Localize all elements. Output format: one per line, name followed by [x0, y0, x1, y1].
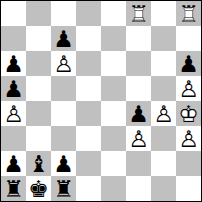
square-c7[interactable]: ♟ [51, 26, 76, 51]
square-b3[interactable] [26, 126, 51, 151]
square-e5[interactable] [101, 76, 126, 101]
square-a6[interactable]: ♟ [1, 51, 26, 76]
square-h4[interactable]: ♚♔ [176, 101, 201, 126]
black-pawn-c2: ♟ [51, 151, 76, 176]
square-h3[interactable]: ♟♙ [176, 126, 201, 151]
square-c5[interactable] [51, 76, 76, 101]
square-a1[interactable]: ♜ [1, 176, 26, 201]
square-g5[interactable] [151, 76, 176, 101]
square-b4[interactable] [26, 101, 51, 126]
square-d6[interactable] [76, 51, 101, 76]
square-h1[interactable] [176, 176, 201, 201]
square-g3[interactable] [151, 126, 176, 151]
square-d4[interactable] [76, 101, 101, 126]
square-d7[interactable] [76, 26, 101, 51]
white-king-h4: ♚♔ [176, 101, 201, 126]
square-f5[interactable] [126, 76, 151, 101]
square-e8[interactable] [101, 1, 126, 26]
black-pawn-h6: ♟ [176, 51, 201, 76]
black-rook-a1: ♜ [1, 176, 26, 201]
square-h8[interactable]: ♜♖ [176, 1, 201, 26]
white-rook-h8: ♜♖ [176, 1, 201, 26]
square-g1[interactable] [151, 176, 176, 201]
white-pawn-a4: ♟♙ [1, 101, 26, 126]
square-f7[interactable] [126, 26, 151, 51]
square-d2[interactable] [76, 151, 101, 176]
square-c6[interactable]: ♟♙ [51, 51, 76, 76]
square-a2[interactable]: ♟ [1, 151, 26, 176]
square-c4[interactable] [51, 101, 76, 126]
square-h7[interactable] [176, 26, 201, 51]
square-c3[interactable] [51, 126, 76, 151]
square-d3[interactable] [76, 126, 101, 151]
square-b5[interactable] [26, 76, 51, 101]
square-b2[interactable]: ♝ [26, 151, 51, 176]
square-e7[interactable] [101, 26, 126, 51]
black-pawn-c7: ♟ [51, 26, 76, 51]
square-c8[interactable] [51, 1, 76, 26]
black-pawn-f4: ♟ [126, 101, 151, 126]
square-e1[interactable] [101, 176, 126, 201]
square-f1[interactable] [126, 176, 151, 201]
square-d8[interactable] [76, 1, 101, 26]
square-b7[interactable] [26, 26, 51, 51]
square-h6[interactable]: ♟ [176, 51, 201, 76]
square-f4[interactable]: ♟ [126, 101, 151, 126]
square-e2[interactable] [101, 151, 126, 176]
square-f2[interactable] [126, 151, 151, 176]
square-b6[interactable] [26, 51, 51, 76]
square-e6[interactable] [101, 51, 126, 76]
square-e4[interactable] [101, 101, 126, 126]
black-bishop-b2: ♝ [26, 151, 51, 176]
square-d1[interactable] [76, 176, 101, 201]
chess-board: ♜♖♜♖♟♟♟♙♟♟♟♙♟♙♟♟♙♚♔♟♙♟♙♟♝♟♜♚♜ [0, 0, 202, 202]
square-g6[interactable] [151, 51, 176, 76]
square-h2[interactable] [176, 151, 201, 176]
square-a7[interactable] [1, 26, 26, 51]
square-g8[interactable] [151, 1, 176, 26]
square-e3[interactable] [101, 126, 126, 151]
black-king-b1: ♚ [26, 176, 51, 201]
square-a3[interactable] [1, 126, 26, 151]
square-a5[interactable]: ♟ [1, 76, 26, 101]
square-f8[interactable]: ♜♖ [126, 1, 151, 26]
black-rook-c1: ♜ [51, 176, 76, 201]
white-pawn-h5: ♟♙ [176, 76, 201, 101]
white-pawn-c6: ♟♙ [51, 51, 76, 76]
square-c1[interactable]: ♜ [51, 176, 76, 201]
white-pawn-g4: ♟♙ [151, 101, 176, 126]
white-pawn-f3: ♟♙ [126, 126, 151, 151]
black-pawn-a6: ♟ [1, 51, 26, 76]
black-pawn-a2: ♟ [1, 151, 26, 176]
square-b8[interactable] [26, 1, 51, 26]
square-f6[interactable] [126, 51, 151, 76]
square-c2[interactable]: ♟ [51, 151, 76, 176]
square-a8[interactable] [1, 1, 26, 26]
square-g2[interactable] [151, 151, 176, 176]
square-g7[interactable] [151, 26, 176, 51]
square-f3[interactable]: ♟♙ [126, 126, 151, 151]
black-pawn-a5: ♟ [1, 76, 26, 101]
square-g4[interactable]: ♟♙ [151, 101, 176, 126]
white-pawn-h3: ♟♙ [176, 126, 201, 151]
square-d5[interactable] [76, 76, 101, 101]
square-h5[interactable]: ♟♙ [176, 76, 201, 101]
white-rook-f8: ♜♖ [126, 1, 151, 26]
square-a4[interactable]: ♟♙ [1, 101, 26, 126]
square-b1[interactable]: ♚ [26, 176, 51, 201]
